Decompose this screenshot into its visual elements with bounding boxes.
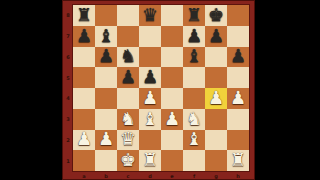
white-bishop[interactable]: ♝: [186, 130, 202, 148]
square-h8[interactable]: [227, 5, 249, 26]
rank-label-8: 8: [63, 5, 73, 26]
black-knight[interactable]: ♞: [120, 47, 136, 65]
square-h3[interactable]: [227, 109, 249, 130]
square-h2[interactable]: [227, 130, 249, 151]
square-d4[interactable]: ♟: [139, 88, 161, 109]
square-e3[interactable]: ♟: [161, 109, 183, 130]
square-d3[interactable]: ♝: [139, 109, 161, 130]
white-rook[interactable]: ♜: [142, 151, 158, 169]
square-g4[interactable]: ♟: [205, 88, 227, 109]
square-g1[interactable]: [205, 150, 227, 171]
file-label-h: h: [227, 171, 249, 180]
black-pawn[interactable]: ♟: [98, 47, 114, 65]
black-pawn[interactable]: ♟: [142, 68, 158, 86]
square-b4[interactable]: [95, 88, 117, 109]
rank-label-4: 4: [63, 88, 73, 109]
square-g5[interactable]: [205, 67, 227, 88]
letterbox-right: [255, 0, 320, 180]
white-pawn[interactable]: ♟: [98, 130, 114, 148]
black-pawn[interactable]: ♟: [230, 47, 246, 65]
white-queen[interactable]: ♛: [120, 130, 136, 148]
square-c4[interactable]: [117, 88, 139, 109]
file-labels: abcdefgh: [73, 171, 249, 180]
square-c1[interactable]: ♚: [117, 150, 139, 171]
square-e1[interactable]: [161, 150, 183, 171]
black-bishop[interactable]: ♝: [98, 27, 114, 45]
square-d5[interactable]: ♟: [139, 67, 161, 88]
square-a5[interactable]: [73, 67, 95, 88]
square-h6[interactable]: ♟: [227, 47, 249, 68]
square-b2[interactable]: ♟: [95, 130, 117, 151]
white-pawn[interactable]: ♟: [142, 89, 158, 107]
video-frame: 87654321 abcdefgh ♜♛♜♚♟♝♟♟♟♞♝♟♟♟♟♟♟♞♝♟♞♟…: [0, 0, 320, 180]
square-f4[interactable]: [183, 88, 205, 109]
file-label-d: d: [139, 171, 161, 180]
square-e6[interactable]: [161, 47, 183, 68]
square-h7[interactable]: [227, 26, 249, 47]
square-d8[interactable]: ♛: [139, 5, 161, 26]
white-pawn[interactable]: ♟: [76, 130, 92, 148]
rank-label-1: 1: [63, 150, 73, 171]
black-bishop[interactable]: ♝: [186, 47, 202, 65]
file-label-c: c: [117, 171, 139, 180]
white-pawn[interactable]: ♟: [164, 110, 180, 128]
square-c7[interactable]: [117, 26, 139, 47]
square-f7[interactable]: ♟: [183, 26, 205, 47]
letterbox-left: [0, 0, 62, 180]
black-pawn[interactable]: ♟: [186, 27, 202, 45]
square-c8[interactable]: [117, 5, 139, 26]
white-bishop[interactable]: ♝: [142, 110, 158, 128]
file-label-g: g: [205, 171, 227, 180]
rank-label-6: 6: [63, 47, 73, 68]
square-b6[interactable]: ♟: [95, 47, 117, 68]
square-h1[interactable]: ♜: [227, 150, 249, 171]
black-pawn[interactable]: ♟: [120, 68, 136, 86]
square-e2[interactable]: [161, 130, 183, 151]
white-knight[interactable]: ♞: [186, 110, 202, 128]
black-queen[interactable]: ♛: [142, 6, 158, 24]
white-king[interactable]: ♚: [120, 151, 136, 169]
square-g2[interactable]: [205, 130, 227, 151]
square-d7[interactable]: [139, 26, 161, 47]
square-a3[interactable]: [73, 109, 95, 130]
chess-board-frame: 87654321 abcdefgh ♜♛♜♚♟♝♟♟♟♞♝♟♟♟♟♟♟♞♝♟♞♟…: [62, 0, 255, 180]
square-g8[interactable]: ♚: [205, 5, 227, 26]
square-e5[interactable]: [161, 67, 183, 88]
square-g3[interactable]: [205, 109, 227, 130]
square-h5[interactable]: [227, 67, 249, 88]
white-rook[interactable]: ♜: [230, 151, 246, 169]
square-f1[interactable]: [183, 150, 205, 171]
black-king[interactable]: ♚: [208, 6, 224, 24]
rank-labels: 87654321: [63, 5, 73, 171]
square-b7[interactable]: ♝: [95, 26, 117, 47]
square-e7[interactable]: [161, 26, 183, 47]
square-f6[interactable]: ♝: [183, 47, 205, 68]
square-f3[interactable]: ♞: [183, 109, 205, 130]
rank-label-2: 2: [63, 130, 73, 151]
chess-board: ♜♛♜♚♟♝♟♟♟♞♝♟♟♟♟♟♟♞♝♟♞♟♟♛♝♚♜♜: [73, 5, 249, 171]
square-g6[interactable]: [205, 47, 227, 68]
square-g7[interactable]: ♟: [205, 26, 227, 47]
square-c3[interactable]: ♞: [117, 109, 139, 130]
black-pawn[interactable]: ♟: [208, 27, 224, 45]
file-label-f: f: [183, 171, 205, 180]
square-b5[interactable]: [95, 67, 117, 88]
black-pawn[interactable]: ♟: [76, 27, 92, 45]
square-a6[interactable]: [73, 47, 95, 68]
square-a7[interactable]: ♟: [73, 26, 95, 47]
square-d6[interactable]: [139, 47, 161, 68]
square-h4[interactable]: ♟: [227, 88, 249, 109]
square-f5[interactable]: [183, 67, 205, 88]
square-d2[interactable]: [139, 130, 161, 151]
square-f2[interactable]: ♝: [183, 130, 205, 151]
file-label-e: e: [161, 171, 183, 180]
rank-label-7: 7: [63, 26, 73, 47]
rank-label-3: 3: [63, 109, 73, 130]
square-b1[interactable]: [95, 150, 117, 171]
square-a4[interactable]: [73, 88, 95, 109]
white-pawn[interactable]: ♟: [230, 89, 246, 107]
square-b3[interactable]: [95, 109, 117, 130]
square-c6[interactable]: ♞: [117, 47, 139, 68]
square-a8[interactable]: ♜: [73, 5, 95, 26]
square-f8[interactable]: ♜: [183, 5, 205, 26]
square-b8[interactable]: [95, 5, 117, 26]
square-c5[interactable]: ♟: [117, 67, 139, 88]
square-e8[interactable]: [161, 5, 183, 26]
file-label-a: a: [73, 171, 95, 180]
square-a1[interactable]: [73, 150, 95, 171]
file-label-b: b: [95, 171, 117, 180]
square-d1[interactable]: ♜: [139, 150, 161, 171]
square-c2[interactable]: ♛: [117, 130, 139, 151]
white-knight[interactable]: ♞: [120, 110, 136, 128]
rank-label-5: 5: [63, 67, 73, 88]
white-pawn[interactable]: ♟: [208, 89, 224, 107]
black-rook[interactable]: ♜: [186, 6, 202, 24]
black-rook[interactable]: ♜: [76, 6, 92, 24]
square-e4[interactable]: [161, 88, 183, 109]
square-a2[interactable]: ♟: [73, 130, 95, 151]
